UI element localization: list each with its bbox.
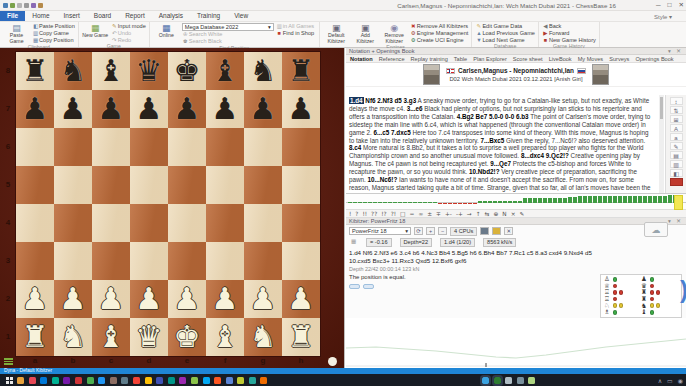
- square-d4[interactable]: [130, 204, 168, 242]
- ribbon-tab-training[interactable]: Training: [190, 11, 227, 21]
- tab-my-moves[interactable]: My Moves: [578, 56, 604, 62]
- start-button[interactable]: [6, 377, 9, 380]
- square-d1[interactable]: ♛: [130, 318, 168, 356]
- load-previous-game-icon: ▲: [475, 30, 482, 36]
- move[interactable]: 9.Qc2!?: [546, 152, 569, 159]
- black-pawn[interactable]: ♟: [130, 90, 168, 127]
- file-label-b: b: [54, 356, 92, 365]
- black-king[interactable]: ♚: [168, 52, 206, 89]
- annotation-symbol[interactable]: □: [400, 211, 405, 217]
- square-d5[interactable]: [130, 166, 168, 204]
- input-mode-button[interactable]: ✎Input mode: [111, 23, 146, 30]
- square-c2[interactable]: ♟: [92, 280, 130, 318]
- edit-game-data-icon: ✎: [475, 23, 482, 29]
- square-b2[interactable]: ♟: [54, 280, 92, 318]
- square-b3[interactable]: [54, 242, 92, 280]
- engine-history-chart: [346, 318, 686, 368]
- window-controls[interactable]: ─□✕: [656, 1, 684, 9]
- zoom-in-button[interactable]: +: [426, 227, 435, 235]
- tab-surveys[interactable]: Surveys: [609, 56, 629, 62]
- engine-grip-icon: ▦: [349, 238, 358, 246]
- move[interactable]: 10.Nbd2!?: [469, 168, 499, 175]
- white-pawn[interactable]: ♟: [54, 280, 92, 317]
- square-b7[interactable]: ♟: [54, 90, 92, 128]
- evaluation-profile-chart[interactable]: [346, 193, 686, 210]
- move[interactable]: d5: [394, 97, 401, 104]
- white-queen[interactable]: ♛: [130, 318, 168, 355]
- notation-rail-icon[interactable]: ▥: [670, 160, 683, 168]
- notation-rail-icon[interactable]: a: [670, 133, 683, 141]
- square-c8[interactable]: ♝: [92, 52, 130, 90]
- black-rook[interactable]: ♜: [282, 52, 320, 89]
- create-uci-engine-button[interactable]: ⚙Create UCI Engine: [410, 37, 469, 44]
- taskbar-app-icon[interactable]: [249, 377, 256, 384]
- notation-window-controls[interactable]: ▾ ✕: [668, 48, 683, 54]
- rank-label-4: 4: [0, 204, 16, 242]
- square-h1[interactable]: ♜: [282, 318, 320, 356]
- white-pawn[interactable]: ♟: [130, 280, 168, 317]
- annotation-symbol[interactable]: ✎: [519, 211, 524, 217]
- close-button[interactable]: ✕: [679, 1, 684, 9]
- collapse-pane-icon[interactable]: ): [680, 276, 686, 304]
- taskbar-app-icon[interactable]: [528, 377, 535, 384]
- taskbar-app-icon[interactable]: [98, 377, 105, 384]
- engine-close-button[interactable]: ✕: [504, 227, 513, 235]
- square-g4[interactable]: [244, 204, 282, 242]
- black-knight[interactable]: ♞: [54, 52, 92, 89]
- notation-rail-icon[interactable]: ↕: [670, 97, 683, 105]
- in-all-games-option[interactable]: ▥in All Games: [276, 23, 314, 30]
- undo-icon: ↶: [111, 30, 118, 36]
- red-status-dot: [656, 290, 661, 295]
- forward-icon: ▶: [542, 30, 549, 36]
- commentary: Given the reply, 7...Nc6!? also deserved…: [506, 137, 645, 144]
- tab-openings-book[interactable]: Openings Book: [635, 56, 673, 62]
- square-e4[interactable]: [168, 204, 206, 242]
- square-h3[interactable]: [282, 242, 320, 280]
- taskbar-active-app-icon[interactable]: [482, 377, 489, 384]
- add-kibitzer-button[interactable]: ▣Add Kibitzer: [352, 23, 379, 44]
- white-bishop[interactable]: ♝: [206, 318, 244, 355]
- square-e3[interactable]: [168, 242, 206, 280]
- ribbon-tab-file[interactable]: File: [0, 11, 25, 21]
- taskbar-app-icon[interactable]: [145, 377, 152, 384]
- black-pawn[interactable]: ♟: [92, 90, 130, 127]
- red-status-dot: [613, 290, 618, 295]
- taskbar: ∧▭◉: [0, 374, 686, 386]
- red-status-dot: [650, 284, 655, 289]
- speed-value: 8563 kN/s: [483, 238, 516, 247]
- annotation-symbol[interactable]: -+: [456, 211, 463, 217]
- copy-game-button[interactable]: ▥Copy Game: [32, 30, 75, 37]
- tray-icon[interactable]: ▭: [667, 377, 673, 384]
- black-piece-icon: ♝: [641, 308, 648, 316]
- taskbar-app-icon[interactable]: [191, 377, 198, 384]
- ribbon-tab-report[interactable]: Report: [118, 11, 152, 21]
- move[interactable]: 3.g3: [404, 97, 417, 104]
- white-rook[interactable]: ♜: [282, 318, 320, 355]
- annotation-symbol[interactable]: !?: [381, 211, 386, 217]
- qat-icon[interactable]: [31, 3, 36, 8]
- remove-kibitzer-button[interactable]: ◉Remove Kibitzer: [381, 23, 408, 44]
- board-menu-icon[interactable]: [4, 358, 13, 366]
- notation-rail-icon[interactable]: ◧: [670, 169, 683, 177]
- taskbar-app-icon[interactable]: [179, 377, 186, 384]
- taskbar-app-icon[interactable]: [517, 377, 524, 384]
- qat-icon[interactable]: [3, 3, 8, 8]
- white-bishop[interactable]: ♝: [92, 318, 130, 355]
- taskbar-app-icon[interactable]: [260, 377, 267, 384]
- black-pawn[interactable]: ♟: [16, 90, 54, 127]
- move[interactable]: 7.dxc5: [391, 129, 411, 136]
- depth-value: Depth=22: [400, 238, 432, 247]
- search-black-button[interactable]: ♚Search Black: [182, 38, 274, 45]
- find-in-shop-button[interactable]: ■Find in Shop: [276, 30, 314, 37]
- system-tray[interactable]: ∧▭◉: [658, 377, 683, 384]
- square-c5[interactable]: [92, 166, 130, 204]
- notation-rail-icon[interactable]: A: [670, 124, 683, 132]
- square-a7[interactable]: ♟: [16, 90, 54, 128]
- square-b1[interactable]: ♞: [54, 318, 92, 356]
- square-e2[interactable]: ♟: [168, 280, 206, 318]
- remove-all-kibitzers-button[interactable]: ✖Remove All Kibitzers: [410, 23, 469, 30]
- notation-tabs: NotationReferenceReplay trainingTablePla…: [346, 55, 686, 63]
- square-e7[interactable]: ♟: [168, 90, 206, 128]
- annotation-symbol[interactable]: !: [349, 211, 351, 217]
- square-a6[interactable]: [16, 128, 54, 166]
- white-pawn[interactable]: ♟: [92, 280, 130, 317]
- taskbar-app-icon[interactable]: [110, 377, 117, 384]
- load-next-game-button[interactable]: ▼Load Next Game: [475, 37, 535, 44]
- notation-rail-icon[interactable]: ■: [670, 178, 683, 186]
- square-g6[interactable]: [244, 128, 282, 166]
- square-f3[interactable]: [206, 242, 244, 280]
- square-d6[interactable]: [130, 128, 168, 166]
- back-button[interactable]: ◀Back: [542, 23, 596, 30]
- annotation-symbol[interactable]: N: [502, 211, 506, 217]
- taskbar-app-icon[interactable]: [40, 377, 47, 384]
- search-white-button[interactable]: ♔Search White: [182, 31, 274, 38]
- taskbar-app-icon[interactable]: [87, 377, 94, 384]
- file-label-c: c: [92, 356, 130, 365]
- zoom-out-button[interactable]: −: [438, 227, 447, 235]
- move[interactable]: Be7: [476, 113, 488, 120]
- white-rook[interactable]: ♜: [16, 318, 54, 355]
- black-player-photo: [592, 64, 609, 85]
- edit-game-data-button[interactable]: ✎Edit Game Data: [475, 23, 535, 30]
- notation-rail-icon[interactable]: ⊞: [670, 115, 683, 123]
- move[interactable]: Nf6: [365, 97, 375, 104]
- green-status-dot: [613, 310, 618, 315]
- white-pawn[interactable]: ♟: [244, 280, 282, 317]
- copy-position-button[interactable]: ▦Copy Position: [32, 37, 75, 44]
- tab-livebook[interactable]: LiveBook: [549, 56, 572, 62]
- square-d7[interactable]: ♟: [130, 90, 168, 128]
- square-a3[interactable]: [16, 242, 54, 280]
- black-pawn[interactable]: ♟: [54, 90, 92, 127]
- square-b5[interactable]: [54, 166, 92, 204]
- black-pawn[interactable]: ♟: [206, 90, 244, 127]
- square-f1[interactable]: ♝: [206, 318, 244, 356]
- ribbon-tab-analysis[interactable]: Analysis: [152, 11, 190, 21]
- ribbon-tab-board[interactable]: Board: [87, 11, 118, 21]
- annotation-symbol[interactable]: ∞: [418, 211, 423, 217]
- taskbar-app-icon[interactable]: [156, 377, 163, 384]
- square-e5[interactable]: [168, 166, 206, 204]
- taskbar-app-icon[interactable]: [214, 377, 221, 384]
- black-knight[interactable]: ♞: [244, 52, 282, 89]
- create-uci-engine-icon: ⚙: [410, 37, 417, 43]
- black-rook[interactable]: ♜: [16, 52, 54, 89]
- qat-icon[interactable]: [38, 3, 43, 8]
- square-g3[interactable]: [244, 242, 282, 280]
- tab-score-sheet[interactable]: Score sheet: [513, 56, 543, 62]
- square-c7[interactable]: ♟: [92, 90, 130, 128]
- chess-board[interactable]: ♜♞♝♛♚♝♞♜♟♟♟♟♟♟♟♟♟♟♟♟♟♟♟♟♜♞♝♛♚♝♞♜: [16, 52, 320, 356]
- annotation-symbol[interactable]: =: [410, 211, 415, 217]
- square-f2[interactable]: ♟: [206, 280, 244, 318]
- engine-window-titlebar: Kibitzer: PowerFritz 18 ▾ ✕: [346, 218, 686, 225]
- ribbon-group-database: ✎Edit Game Data▲Load Previous Game▼Load …: [472, 22, 539, 47]
- move[interactable]: 7...Bxc5: [481, 137, 505, 144]
- green-status-dot: [650, 277, 655, 282]
- tab-reference[interactable]: Reference: [379, 56, 405, 62]
- game-details: D02 Wch Match Dubai 2021 03.12.2021 [Ani…: [446, 76, 586, 82]
- annotation-symbol[interactable]: !!: [362, 211, 367, 217]
- annotation-symbol[interactable]: ⇆: [485, 211, 490, 217]
- move[interactable]: 8.c4: [349, 144, 361, 151]
- white-pawn[interactable]: ♟: [16, 280, 54, 317]
- annotation-symbol[interactable]: ±: [427, 211, 432, 217]
- square-d2[interactable]: ♟: [130, 280, 168, 318]
- square-d3[interactable]: [130, 242, 168, 280]
- tab-replay-training[interactable]: Replay training: [411, 56, 448, 62]
- move[interactable]: 10...Nc6!?: [368, 176, 398, 183]
- move[interactable]: 8...dxc4: [521, 152, 544, 159]
- redo-icon: ↷: [111, 37, 118, 43]
- move[interactable]: 6...c5: [374, 129, 390, 136]
- notation-rail-icon[interactable]: ⇅: [670, 106, 683, 114]
- move[interactable]: 1.d4: [349, 97, 364, 104]
- taskbar-app-icon[interactable]: [168, 377, 175, 384]
- annotation-symbol[interactable]: →: [467, 211, 472, 217]
- notation-rail-icon[interactable]: ▤: [670, 151, 683, 159]
- square-b6[interactable]: [54, 128, 92, 166]
- tray-icon[interactable]: ∧: [658, 377, 662, 384]
- square-b4[interactable]: [54, 204, 92, 242]
- square-c3[interactable]: [92, 242, 130, 280]
- window-titlebar: Carlsen,Magnus - Nepomniachtchi,Ian: Wch…: [0, 0, 686, 11]
- ribbon-tab-insert[interactable]: Insert: [57, 11, 87, 21]
- red-status-dot: [613, 297, 618, 302]
- red-status-dot: [619, 290, 624, 295]
- ribbon-tab-home[interactable]: Home: [25, 11, 56, 21]
- square-f8[interactable]: ♝: [206, 52, 244, 90]
- move[interactable]: 2.Nf3: [377, 97, 392, 104]
- taskbar-app-icon[interactable]: [17, 377, 24, 384]
- yellow-status-dot: [650, 303, 655, 308]
- engine-management-button[interactable]: ⚙Engine Management: [410, 30, 469, 37]
- engine-refresh-button[interactable]: ⟳: [414, 227, 423, 235]
- chevron-down-icon: ▾: [268, 24, 271, 30]
- notation-body[interactable]: 1.d4 Nf6 2.Nf3 d5 3.g3 A sneaky move ord…: [346, 95, 658, 193]
- square-c4[interactable]: [92, 204, 130, 242]
- engine-select-combo[interactable]: PowerFritz 18▾: [349, 227, 411, 235]
- square-g1[interactable]: ♞: [244, 318, 282, 356]
- white-knight[interactable]: ♞: [244, 318, 282, 355]
- qat-icon[interactable]: [10, 3, 15, 8]
- style-dropdown[interactable]: Style ▾: [654, 13, 672, 20]
- red-status-dot: [650, 297, 655, 302]
- undo-button[interactable]: ↶Undo: [111, 30, 146, 37]
- annotation-symbol[interactable]: ?!: [391, 211, 396, 217]
- move[interactable]: 6.b3: [516, 113, 529, 120]
- white-knight[interactable]: ♞: [54, 318, 92, 355]
- current-move-marker: [674, 195, 683, 210]
- new-game-history-button[interactable]: ■New Game History: [542, 37, 596, 44]
- minimize-button[interactable]: ─: [656, 1, 661, 9]
- engine-management-icon: ⚙: [410, 30, 417, 36]
- black-bishop[interactable]: ♝: [92, 52, 130, 89]
- taskbar-app-icon[interactable]: [226, 377, 233, 384]
- square-f6[interactable]: [206, 128, 244, 166]
- annotation-symbol[interactable]: +-: [445, 211, 452, 217]
- engine-main-line[interactable]: 1.d4 Nf6 2.Nf3 e6 3.c4 b6 4.Nc3 Bb4 5.Bg…: [346, 247, 596, 266]
- new-game-history-icon: ■: [542, 37, 549, 43]
- black-pawn[interactable]: ♟: [168, 90, 206, 127]
- white-pawn[interactable]: ♟: [282, 280, 320, 317]
- redo-button[interactable]: ↷Redo: [111, 37, 146, 44]
- load-next-game-icon: ▼: [475, 37, 482, 43]
- cpu-count-button[interactable]: 4 CPUs: [450, 227, 477, 236]
- square-a5[interactable]: [16, 166, 54, 204]
- engine-toolbar-icon[interactable]: [492, 227, 501, 235]
- square-d8[interactable]: ♛: [130, 52, 168, 90]
- square-g2[interactable]: ♟: [244, 280, 282, 318]
- square-a4[interactable]: [16, 204, 54, 242]
- white-pawn[interactable]: ♟: [206, 280, 244, 317]
- paste-position-icon: ◧: [32, 23, 39, 29]
- square-f5[interactable]: [206, 166, 244, 204]
- square-g7[interactable]: ♟: [244, 90, 282, 128]
- tray-icon[interactable]: ◉: [678, 377, 683, 384]
- tab-notation[interactable]: Notation: [350, 56, 373, 62]
- engine-window-controls[interactable]: ▾ ✕: [668, 218, 683, 224]
- square-c1[interactable]: ♝: [92, 318, 130, 356]
- default-kibitzer-button[interactable]: ▣Default Kibitzer: [323, 23, 350, 44]
- taskbar-app-icon[interactable]: [121, 377, 128, 384]
- black-bishop[interactable]: ♝: [206, 52, 244, 89]
- rank-labels: 87654321: [0, 52, 16, 356]
- taskbar-app-icon[interactable]: [505, 377, 512, 384]
- ribbon-group-clipboard: ▤Paste Game ◧Paste Position▥Copy Game▦Co…: [0, 22, 79, 47]
- move[interactable]: 4.Bg2: [457, 113, 474, 120]
- taskbar-active-app-icon[interactable]: [494, 377, 501, 384]
- forward-button[interactable]: ▶Forward: [542, 30, 596, 37]
- qat-icon[interactable]: [24, 3, 29, 8]
- annotation-symbol[interactable]: ∓: [436, 211, 441, 217]
- square-h8[interactable]: ♜: [282, 52, 320, 90]
- square-e1[interactable]: ♚: [168, 318, 206, 356]
- square-c6[interactable]: [92, 128, 130, 166]
- black-pawn[interactable]: ♟: [282, 90, 320, 127]
- square-g8[interactable]: ♞: [244, 52, 282, 90]
- best-move-value: 1.d4 (1/20): [440, 238, 475, 247]
- square-a1[interactable]: ♜: [16, 318, 54, 356]
- square-b8[interactable]: ♞: [54, 52, 92, 90]
- taskbar-app-icon[interactable]: [75, 377, 82, 384]
- rank-label-2: 2: [0, 280, 16, 318]
- white-king[interactable]: ♚: [168, 318, 206, 355]
- square-h2[interactable]: ♟: [282, 280, 320, 318]
- notation-rail-icon[interactable]: ✎: [670, 142, 683, 150]
- taskbar-app-icon[interactable]: [29, 377, 36, 384]
- taskbar-app-icon[interactable]: [63, 377, 70, 384]
- square-e8[interactable]: ♚: [168, 52, 206, 90]
- square-f7[interactable]: ♟: [206, 90, 244, 128]
- notation-window-titlebar: Notation + Openings Book ▾ ✕: [346, 48, 686, 55]
- norway-flag-icon: [446, 68, 455, 74]
- paste-position-button[interactable]: ◧Paste Position: [32, 23, 75, 30]
- taskbar-app-icon[interactable]: [52, 377, 59, 384]
- move[interactable]: 5.0-0: [489, 113, 503, 120]
- square-h4[interactable]: [282, 204, 320, 242]
- square-e6[interactable]: [168, 128, 206, 166]
- annotation-symbol[interactable]: ⊕: [493, 211, 498, 217]
- online-button[interactable]: ▦Online: [153, 23, 180, 45]
- engine-toolbar-icon[interactable]: [480, 227, 489, 235]
- file-label-f: f: [206, 356, 244, 365]
- tab-table[interactable]: Table: [454, 56, 467, 62]
- quick-access-toolbar[interactable]: [3, 3, 43, 8]
- taskbar-app-icon[interactable]: [237, 377, 244, 384]
- square-h7[interactable]: ♟: [282, 90, 320, 128]
- database-combo[interactable]: Mega Database 2022▾: [182, 23, 274, 31]
- load-previous-game-button[interactable]: ▲Load Previous Game: [475, 30, 535, 37]
- ribbon-tab-view[interactable]: View: [227, 11, 255, 21]
- square-h5[interactable]: [282, 166, 320, 204]
- right-panel: Notation + Openings Book ▾ ✕ NotationRef…: [346, 48, 686, 368]
- qat-icon[interactable]: [17, 3, 22, 8]
- taskbar-app-icon[interactable]: [203, 377, 210, 384]
- black-queen[interactable]: ♛: [130, 52, 168, 89]
- green-status-dot: [613, 277, 618, 282]
- square-a8[interactable]: ♜: [16, 52, 54, 90]
- annotation-symbol[interactable]: ??: [371, 211, 377, 217]
- annotation-symbol[interactable]: ?: [355, 211, 358, 217]
- paste-game-button[interactable]: ▤Paste Game: [3, 23, 30, 44]
- annotation-symbol[interactable]: ↑: [476, 211, 481, 217]
- square-g5[interactable]: [244, 166, 282, 204]
- maximize-button[interactable]: □: [668, 1, 672, 9]
- white-pawn[interactable]: ♟: [168, 280, 206, 317]
- side-to-move-indicator: [328, 357, 337, 366]
- move[interactable]: 3...e6: [407, 105, 423, 112]
- tab-plan-explorer[interactable]: Plan Explorer: [473, 56, 507, 62]
- cloud-engine-button[interactable]: ☁: [644, 222, 668, 237]
- square-h6[interactable]: [282, 128, 320, 166]
- square-a2[interactable]: ♟: [16, 280, 54, 318]
- notation-scrollbar[interactable]: [659, 95, 664, 193]
- taskbar-app-icon[interactable]: [133, 377, 140, 384]
- move[interactable]: 9...Qe7: [490, 160, 511, 167]
- new-game-button[interactable]: ▦New Game: [82, 23, 109, 43]
- move[interactable]: 0-0: [505, 113, 514, 120]
- engine-window: Kibitzer: PowerFritz 18 ▾ ✕ PowerFritz 1…: [346, 218, 686, 368]
- black-pawn[interactable]: ♟: [244, 90, 282, 127]
- annotation-symbol[interactable]: ×: [511, 211, 516, 217]
- square-f4[interactable]: [206, 204, 244, 242]
